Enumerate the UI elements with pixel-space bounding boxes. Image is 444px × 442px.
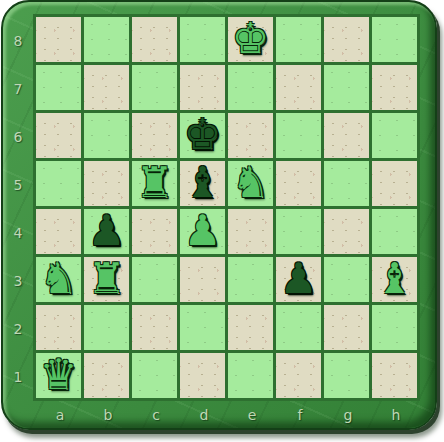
square-b3[interactable]: ♜ — [84, 257, 129, 302]
square-a1[interactable]: ♛ — [36, 353, 81, 398]
square-g2[interactable] — [324, 305, 369, 350]
square-c8[interactable] — [132, 17, 177, 62]
square-b8[interactable] — [84, 17, 129, 62]
square-d1[interactable] — [180, 353, 225, 398]
square-g6[interactable] — [324, 113, 369, 158]
piece-black-bishop[interactable]: ♝ — [184, 160, 222, 205]
square-f1[interactable] — [276, 353, 321, 398]
square-h8[interactable] — [372, 17, 417, 62]
rank-label-5: 5 — [3, 161, 33, 209]
file-label-b: b — [84, 401, 132, 429]
piece-white-king[interactable]: ♚ — [232, 16, 270, 61]
rank-label-4: 4 — [3, 209, 33, 257]
square-b5[interactable] — [84, 161, 129, 206]
square-f3[interactable]: ♟ — [276, 257, 321, 302]
square-a4[interactable] — [36, 209, 81, 254]
square-f8[interactable] — [276, 17, 321, 62]
square-h2[interactable] — [372, 305, 417, 350]
square-b1[interactable] — [84, 353, 129, 398]
square-h5[interactable] — [372, 161, 417, 206]
rank-labels: 87654321 — [3, 14, 33, 401]
square-d6[interactable]: ♚ — [180, 113, 225, 158]
square-c2[interactable] — [132, 305, 177, 350]
square-h6[interactable] — [372, 113, 417, 158]
square-a3[interactable]: ♞ — [36, 257, 81, 302]
square-e7[interactable] — [228, 65, 273, 110]
square-b4[interactable]: ♟ — [84, 209, 129, 254]
square-f6[interactable] — [276, 113, 321, 158]
square-e2[interactable] — [228, 305, 273, 350]
square-g8[interactable] — [324, 17, 369, 62]
square-h3[interactable]: ♝ — [372, 257, 417, 302]
square-e5[interactable]: ♞ — [228, 161, 273, 206]
square-g1[interactable] — [324, 353, 369, 398]
file-label-e: e — [228, 401, 276, 429]
square-b6[interactable] — [84, 113, 129, 158]
file-label-f: f — [276, 401, 324, 429]
square-g4[interactable] — [324, 209, 369, 254]
square-a5[interactable] — [36, 161, 81, 206]
square-e8[interactable]: ♚ — [228, 17, 273, 62]
square-c7[interactable] — [132, 65, 177, 110]
file-labels: abcdefgh — [33, 401, 420, 429]
square-a2[interactable] — [36, 305, 81, 350]
square-c5[interactable]: ♜ — [132, 161, 177, 206]
square-e6[interactable] — [228, 113, 273, 158]
square-a8[interactable] — [36, 17, 81, 62]
square-g3[interactable] — [324, 257, 369, 302]
piece-white-bishop[interactable]: ♝ — [376, 256, 414, 301]
piece-black-king[interactable]: ♚ — [184, 112, 222, 157]
square-d8[interactable] — [180, 17, 225, 62]
rank-label-8: 8 — [3, 17, 33, 65]
square-d7[interactable] — [180, 65, 225, 110]
chess-app-window: 87654321 ♚♚♜♝♞♟♟♞♜♟♝♛ abcdefgh — [0, 0, 444, 442]
square-b2[interactable] — [84, 305, 129, 350]
piece-white-knight[interactable]: ♞ — [40, 256, 78, 301]
board-frame: 87654321 ♚♚♜♝♞♟♟♞♜♟♝♛ abcdefgh — [1, 0, 437, 430]
piece-black-pawn[interactable]: ♟ — [88, 208, 126, 253]
square-h7[interactable] — [372, 65, 417, 110]
square-d4[interactable]: ♟ — [180, 209, 225, 254]
square-f7[interactable] — [276, 65, 321, 110]
square-f4[interactable] — [276, 209, 321, 254]
square-f5[interactable] — [276, 161, 321, 206]
square-d5[interactable]: ♝ — [180, 161, 225, 206]
square-b7[interactable] — [84, 65, 129, 110]
piece-white-queen[interactable]: ♛ — [40, 352, 78, 397]
piece-white-knight[interactable]: ♞ — [232, 160, 270, 205]
square-g7[interactable] — [324, 65, 369, 110]
square-h1[interactable] — [372, 353, 417, 398]
piece-black-pawn[interactable]: ♟ — [280, 256, 318, 301]
square-d2[interactable] — [180, 305, 225, 350]
rank-label-6: 6 — [3, 113, 33, 161]
square-c4[interactable] — [132, 209, 177, 254]
square-g5[interactable] — [324, 161, 369, 206]
square-d3[interactable] — [180, 257, 225, 302]
square-a6[interactable] — [36, 113, 81, 158]
square-c6[interactable] — [132, 113, 177, 158]
square-e4[interactable] — [228, 209, 273, 254]
square-e3[interactable] — [228, 257, 273, 302]
square-e1[interactable] — [228, 353, 273, 398]
rank-label-1: 1 — [3, 353, 33, 401]
piece-white-rook[interactable]: ♜ — [136, 160, 174, 205]
file-label-h: h — [372, 401, 420, 429]
square-c1[interactable] — [132, 353, 177, 398]
file-label-g: g — [324, 401, 372, 429]
file-label-c: c — [132, 401, 180, 429]
file-label-a: a — [36, 401, 84, 429]
square-h4[interactable] — [372, 209, 417, 254]
board: ♚♚♜♝♞♟♟♞♜♟♝♛ — [33, 14, 420, 401]
piece-white-rook[interactable]: ♜ — [88, 256, 126, 301]
rank-label-7: 7 — [3, 65, 33, 113]
square-c3[interactable] — [132, 257, 177, 302]
square-a7[interactable] — [36, 65, 81, 110]
file-label-d: d — [180, 401, 228, 429]
rank-label-2: 2 — [3, 305, 33, 353]
square-f2[interactable] — [276, 305, 321, 350]
rank-label-3: 3 — [3, 257, 33, 305]
piece-white-pawn[interactable]: ♟ — [184, 208, 222, 253]
